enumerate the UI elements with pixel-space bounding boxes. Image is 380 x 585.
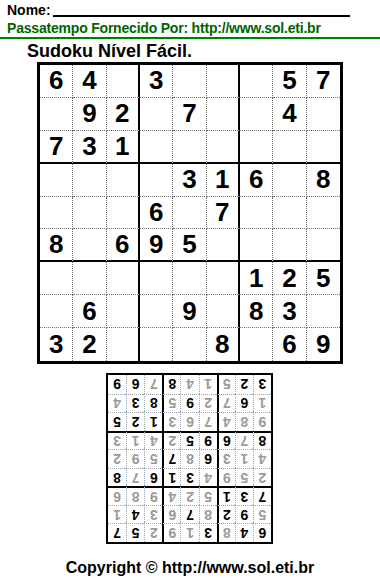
cell-r5c9[interactable] — [307, 197, 340, 230]
cell-r6c7[interactable] — [240, 229, 273, 262]
solution-cell-r2c4: 8 — [199, 505, 217, 524]
cell-r2c4[interactable] — [140, 98, 173, 131]
cell-r8c4[interactable] — [140, 295, 173, 328]
cell-r7c8[interactable]: 2 — [273, 262, 306, 295]
solution-cell-r9c9: 9 — [108, 375, 126, 394]
cell-r2c5[interactable]: 7 — [173, 98, 206, 131]
cell-r6c8[interactable] — [273, 229, 306, 262]
solution-cell-r6c9: 3 — [108, 431, 126, 450]
cell-r1c3[interactable] — [107, 65, 140, 98]
solution-cell-r2c9: 1 — [108, 505, 126, 524]
solution-cell-r9c5: 4 — [180, 375, 198, 394]
solution-cell-r8c5: 9 — [180, 394, 198, 413]
cell-r9c1[interactable]: 3 — [40, 328, 73, 361]
cell-r4c8[interactable] — [273, 164, 306, 197]
cell-r6c3[interactable]: 6 — [107, 229, 140, 262]
solution-cell-r5c2: 1 — [235, 449, 253, 468]
cell-r4c5[interactable]: 3 — [173, 164, 206, 197]
solution-cell-r8c6: 5 — [162, 394, 180, 413]
green-divider — [0, 37, 380, 39]
solution-cell-r3c9: 6 — [108, 486, 126, 505]
solution-cell-r8c1: 1 — [253, 394, 271, 413]
cell-r3c1[interactable]: 7 — [40, 131, 73, 164]
cell-r3c4[interactable] — [140, 131, 173, 164]
solution-cell-r3c5: 2 — [180, 486, 198, 505]
solution-cell-r8c8: 3 — [126, 394, 144, 413]
solution-cell-r5c5: 8 — [180, 449, 198, 468]
solution-cell-r3c8: 8 — [126, 486, 144, 505]
solution-cell-r4c3: 9 — [217, 468, 235, 487]
solution-cell-r2c6: 6 — [162, 505, 180, 524]
cell-r3c7[interactable] — [240, 131, 273, 164]
solution-cell-r5c7: 5 — [144, 449, 162, 468]
cell-r8c7[interactable]: 8 — [240, 295, 273, 328]
solution-cell-r1c4: 3 — [199, 523, 217, 542]
cell-r4c2[interactable] — [73, 164, 106, 197]
cell-r2c7[interactable] — [240, 98, 273, 131]
solution-cell-r5c4: 6 — [199, 449, 217, 468]
cell-r4c7[interactable]: 6 — [240, 164, 273, 197]
solution-cell-r6c7: 4 — [144, 431, 162, 450]
solution-cell-r3c6: 4 — [162, 486, 180, 505]
page-title: Sudoku Nível Fácil. — [27, 41, 192, 62]
solution-cell-r7c5: 6 — [180, 412, 198, 431]
solution-cell-r4c5: 3 — [180, 468, 198, 487]
cell-r2c1[interactable] — [40, 98, 73, 131]
cell-r6c5[interactable]: 5 — [173, 229, 206, 262]
cell-r1c1[interactable]: 6 — [40, 65, 73, 98]
cell-r6c2[interactable] — [73, 229, 106, 262]
solution-cell-r9c1: 3 — [253, 375, 271, 394]
cell-r2c3[interactable]: 2 — [107, 98, 140, 131]
copyright-text: Copyright © http://www.sol.eti.br — [0, 559, 380, 577]
cell-r1c5[interactable] — [173, 65, 206, 98]
solution-cell-r6c8: 1 — [126, 431, 144, 450]
cell-r5c7[interactable] — [240, 197, 273, 230]
cell-r1c8[interactable]: 5 — [273, 65, 306, 98]
solution-cell-r7c7: 1 — [144, 412, 162, 431]
cell-r1c7[interactable] — [240, 65, 273, 98]
cell-r7c2[interactable] — [73, 262, 106, 295]
puzzle-grid: 6435792747313168678695125698332869 — [37, 62, 343, 364]
cell-r9c6[interactable]: 8 — [207, 328, 240, 361]
worksheet-page: Nome: Passatempo Fornecido Por: http://w… — [0, 0, 380, 585]
cell-r7c6[interactable] — [207, 262, 240, 295]
cell-r2c6[interactable] — [207, 98, 240, 131]
cell-r8c6[interactable] — [207, 295, 240, 328]
name-blank-line[interactable] — [53, 2, 350, 17]
solution-cell-r6c6: 2 — [162, 431, 180, 450]
solution-cell-r4c7: 6 — [144, 468, 162, 487]
solution-cell-r7c9: 5 — [108, 412, 126, 431]
cell-r9c4[interactable] — [140, 328, 173, 361]
name-label: Nome: — [7, 3, 51, 17]
solution-cell-r2c7: 3 — [144, 505, 162, 524]
solution-cell-r9c3: 5 — [217, 375, 235, 394]
cell-r7c3[interactable] — [107, 262, 140, 295]
solution-cell-r9c6: 8 — [162, 375, 180, 394]
solution-cell-r2c2: 9 — [235, 505, 253, 524]
solution-cell-r5c6: 7 — [162, 449, 180, 468]
cell-r7c9[interactable]: 5 — [307, 262, 340, 295]
solution-cell-r7c1: 9 — [253, 412, 271, 431]
solution-cell-r9c2: 2 — [235, 375, 253, 394]
cell-r7c4[interactable] — [140, 262, 173, 295]
cell-r9c7[interactable] — [240, 328, 273, 361]
cell-r5c2[interactable] — [73, 197, 106, 230]
provided-by-text: Passatempo Fornecido Por: http://www.sol… — [7, 20, 321, 36]
solution-cell-r6c1: 8 — [253, 431, 271, 450]
solution-cell-r6c4: 9 — [199, 431, 217, 450]
cell-r4c4[interactable] — [140, 164, 173, 197]
cell-r2c2[interactable]: 9 — [73, 98, 106, 131]
cell-r1c2[interactable]: 4 — [73, 65, 106, 98]
solution-cell-r7c6: 3 — [162, 412, 180, 431]
solution-cell-r5c8: 9 — [126, 449, 144, 468]
solution-cell-r3c7: 9 — [144, 486, 162, 505]
solution-cell-r1c3: 8 — [217, 523, 235, 542]
cell-r9c2[interactable]: 2 — [73, 328, 106, 361]
solution-cell-r4c1: 2 — [253, 468, 271, 487]
cell-r8c1[interactable] — [40, 295, 73, 328]
solution-cell-r8c3: 7 — [217, 394, 235, 413]
solution-cell-r8c4: 2 — [199, 394, 217, 413]
solution-cell-r8c7: 8 — [144, 394, 162, 413]
cell-r5c3[interactable] — [107, 197, 140, 230]
cell-r8c3[interactable] — [107, 295, 140, 328]
cell-r5c6[interactable]: 7 — [207, 197, 240, 230]
cell-r8c2[interactable]: 6 — [73, 295, 106, 328]
cell-r4c1[interactable] — [40, 164, 73, 197]
solution-cell-r2c5: 7 — [180, 505, 198, 524]
cell-r3c9[interactable] — [307, 131, 340, 164]
cell-r3c6[interactable] — [207, 131, 240, 164]
solution-cell-r5c1: 4 — [253, 449, 271, 468]
cell-r5c5[interactable] — [173, 197, 206, 230]
cell-r7c1[interactable] — [40, 262, 73, 295]
cell-r3c2[interactable]: 3 — [73, 131, 106, 164]
solution-cell-r4c8: 7 — [126, 468, 144, 487]
solution-cell-r7c3: 4 — [217, 412, 235, 431]
solution-cell-r5c9: 2 — [108, 449, 126, 468]
cell-r6c6[interactable] — [207, 229, 240, 262]
solution-cell-r6c2: 7 — [235, 431, 253, 450]
cell-r6c1[interactable]: 8 — [40, 229, 73, 262]
cell-r9c9[interactable]: 9 — [307, 328, 340, 361]
solution-cell-r3c2: 3 — [235, 486, 253, 505]
solution-cell-r3c3: 1 — [217, 486, 235, 505]
cell-r3c5[interactable] — [173, 131, 206, 164]
cell-r8c9[interactable] — [307, 295, 340, 328]
cell-r6c4[interactable]: 9 — [140, 229, 173, 262]
cell-r4c6[interactable]: 1 — [207, 164, 240, 197]
solution-cell-r7c8: 2 — [126, 412, 144, 431]
solution-cell-r4c4: 4 — [199, 468, 217, 487]
solution-cell-r4c6: 1 — [162, 468, 180, 487]
solution-cell-r1c1: 6 — [253, 523, 271, 542]
solution-cell-r2c8: 4 — [126, 505, 144, 524]
solution-cell-r1c8: 5 — [126, 523, 144, 542]
solution-cell-r1c2: 4 — [235, 523, 253, 542]
cell-r9c3[interactable] — [107, 328, 140, 361]
solution-cell-r4c2: 5 — [235, 468, 253, 487]
cell-r7c7[interactable]: 1 — [240, 262, 273, 295]
solution-cell-r3c4: 5 — [199, 486, 217, 505]
solution-cell-r3c1: 7 — [253, 486, 271, 505]
cell-r7c5[interactable] — [173, 262, 206, 295]
solution-cell-r5c3: 3 — [217, 449, 235, 468]
cell-r5c8[interactable] — [273, 197, 306, 230]
cell-r5c4[interactable]: 6 — [140, 197, 173, 230]
solution-cell-r1c9: 7 — [108, 523, 126, 542]
cell-r8c8[interactable]: 3 — [273, 295, 306, 328]
solution-cell-r6c3: 6 — [217, 431, 235, 450]
solution-cell-r4c9: 8 — [108, 468, 126, 487]
cell-r2c8[interactable]: 4 — [273, 98, 306, 131]
cell-r3c8[interactable] — [273, 131, 306, 164]
cell-r6c9[interactable] — [307, 229, 340, 262]
solution-cell-r8c2: 6 — [235, 394, 253, 413]
solution-cell-r9c8: 6 — [126, 375, 144, 394]
cell-r4c9[interactable]: 8 — [307, 164, 340, 197]
cell-r1c4[interactable]: 3 — [140, 65, 173, 98]
cell-r3c3[interactable]: 1 — [107, 131, 140, 164]
solution-cell-r1c7: 2 — [144, 523, 162, 542]
cell-r9c5[interactable] — [173, 328, 206, 361]
solution-cell-r6c5: 5 — [180, 431, 198, 450]
cell-r9c8[interactable]: 6 — [273, 328, 306, 361]
solution-cell-r8c9: 4 — [108, 394, 126, 413]
solution-cell-r9c7: 7 — [144, 375, 162, 394]
cell-r4c3[interactable] — [107, 164, 140, 197]
cell-r1c6[interactable] — [207, 65, 240, 98]
cell-r1c9[interactable]: 7 — [307, 65, 340, 98]
cell-r2c9[interactable] — [307, 98, 340, 131]
solution-cell-r2c3: 2 — [217, 505, 235, 524]
solution-cell-r9c4: 1 — [199, 375, 217, 394]
cell-r5c1[interactable] — [40, 197, 73, 230]
solution-grid: 6483192575928763417315249862594316784136… — [106, 373, 273, 544]
name-row: Nome: — [7, 2, 350, 17]
solution-cell-r1c6: 9 — [162, 523, 180, 542]
solution-cell-r1c5: 1 — [180, 523, 198, 542]
solution-cell-r7c2: 8 — [235, 412, 253, 431]
cell-r8c5[interactable]: 9 — [173, 295, 206, 328]
solution-cell-r2c1: 5 — [253, 505, 271, 524]
solution-cell-r7c4: 7 — [199, 412, 217, 431]
